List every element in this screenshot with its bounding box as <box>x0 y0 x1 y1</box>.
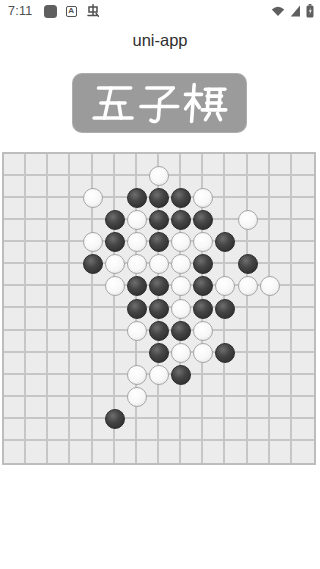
black-stone[interactable] <box>105 210 125 230</box>
white-stone[interactable] <box>127 321 147 341</box>
black-stone[interactable] <box>215 343 235 363</box>
white-stone[interactable] <box>238 210 258 230</box>
debug-bug-icon <box>86 4 100 18</box>
white-stone[interactable] <box>105 276 125 296</box>
black-stone[interactable] <box>149 188 169 208</box>
white-stone[interactable] <box>171 254 191 274</box>
status-left-icons: A <box>44 4 100 18</box>
white-stone[interactable] <box>171 232 191 252</box>
clock: 7:11 <box>8 4 33 18</box>
black-stone[interactable] <box>215 299 235 319</box>
white-stone[interactable] <box>260 276 280 296</box>
nav-bar: uni-app <box>0 22 320 58</box>
screenshot-square-icon <box>44 5 57 18</box>
white-stone[interactable] <box>83 232 103 252</box>
title-banner <box>72 73 247 133</box>
status-bar: 7:11 A <box>0 0 320 22</box>
white-stone[interactable] <box>127 387 147 407</box>
autofill-a-icon: A <box>66 6 77 17</box>
gomoku-board[interactable] <box>2 152 316 465</box>
white-stone[interactable] <box>149 365 169 385</box>
black-stone[interactable] <box>127 188 147 208</box>
white-stone[interactable] <box>193 232 213 252</box>
white-stone[interactable] <box>215 276 235 296</box>
black-stone[interactable] <box>171 188 191 208</box>
black-stone[interactable] <box>149 232 169 252</box>
status-right-icons <box>271 0 314 22</box>
white-stone[interactable] <box>83 188 103 208</box>
white-stone[interactable] <box>127 365 147 385</box>
app-screen: 7:11 A <box>0 0 320 569</box>
black-stone[interactable] <box>193 276 213 296</box>
white-stone[interactable] <box>193 343 213 363</box>
cell-signal-icon <box>290 5 301 17</box>
black-stone[interactable] <box>238 254 258 274</box>
white-stone[interactable] <box>171 276 191 296</box>
white-stone[interactable] <box>238 276 258 296</box>
black-stone[interactable] <box>193 299 213 319</box>
black-stone[interactable] <box>105 232 125 252</box>
black-stone[interactable] <box>149 343 169 363</box>
black-stone[interactable] <box>149 321 169 341</box>
white-stone[interactable] <box>127 232 147 252</box>
battery-charging-icon <box>306 4 314 18</box>
black-stone[interactable] <box>149 276 169 296</box>
wifi-icon <box>271 5 285 17</box>
black-stone[interactable] <box>127 276 147 296</box>
black-stone[interactable] <box>127 299 147 319</box>
white-stone[interactable] <box>193 321 213 341</box>
black-stone[interactable] <box>171 321 191 341</box>
white-stone[interactable] <box>193 188 213 208</box>
black-stone[interactable] <box>193 254 213 274</box>
white-stone[interactable] <box>149 166 169 186</box>
black-stone[interactable] <box>171 210 191 230</box>
black-stone[interactable] <box>149 210 169 230</box>
black-stone[interactable] <box>149 299 169 319</box>
stones-layer <box>4 154 314 463</box>
white-stone[interactable] <box>127 254 147 274</box>
white-stone[interactable] <box>105 254 125 274</box>
wuziqi-calligraphy-icon <box>82 80 238 126</box>
white-stone[interactable] <box>171 343 191 363</box>
white-stone[interactable] <box>149 254 169 274</box>
page-title: uni-app <box>132 31 187 50</box>
white-stone[interactable] <box>127 210 147 230</box>
white-stone[interactable] <box>171 299 191 319</box>
black-stone[interactable] <box>215 232 235 252</box>
black-stone[interactable] <box>171 365 191 385</box>
black-stone[interactable] <box>193 210 213 230</box>
black-stone[interactable] <box>105 409 125 429</box>
black-stone[interactable] <box>83 254 103 274</box>
